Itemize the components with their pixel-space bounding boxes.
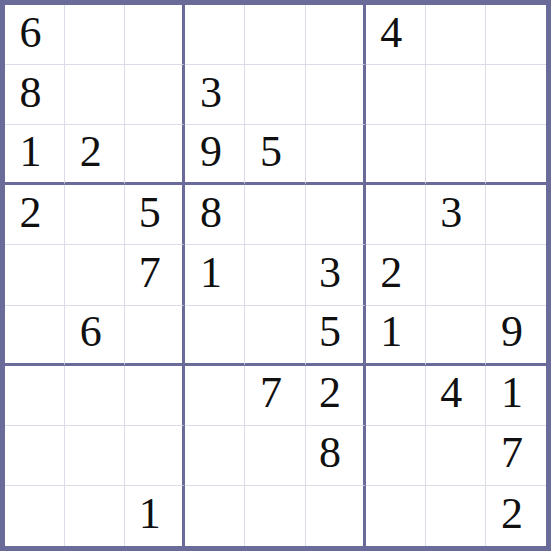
cell-r5c2[interactable] — [65, 245, 125, 305]
cell-r7c9[interactable]: 1 — [486, 366, 546, 426]
cell-r2c7[interactable] — [366, 65, 426, 125]
cell-r4c2[interactable] — [65, 185, 125, 245]
cell-r2c9[interactable] — [486, 65, 546, 125]
cell-r5c3[interactable]: 7 — [125, 245, 185, 305]
cell-r9c4[interactable] — [185, 486, 245, 546]
cell-r9c2[interactable] — [65, 486, 125, 546]
cell-r7c8[interactable]: 4 — [426, 366, 486, 426]
cell-r2c4[interactable]: 3 — [185, 65, 245, 125]
cell-r7c7[interactable] — [366, 366, 426, 426]
cell-r4c4[interactable]: 8 — [185, 185, 245, 245]
cell-r3c8[interactable] — [426, 125, 486, 185]
cell-r7c4[interactable] — [185, 366, 245, 426]
cell-r6c3[interactable] — [125, 306, 185, 366]
cell-r7c2[interactable] — [65, 366, 125, 426]
given-digit: 1 — [200, 251, 222, 295]
given-digit: 8 — [20, 71, 42, 115]
given-digit: 8 — [319, 431, 341, 475]
cell-r7c3[interactable] — [125, 366, 185, 426]
cell-r4c3[interactable]: 5 — [125, 185, 185, 245]
cell-r3c7[interactable] — [366, 125, 426, 185]
cell-r6c4[interactable] — [185, 306, 245, 366]
given-digit: 2 — [501, 492, 523, 536]
cell-r4c8[interactable]: 3 — [426, 185, 486, 245]
cell-r7c1[interactable] — [5, 366, 65, 426]
cell-r3c3[interactable] — [125, 125, 185, 185]
cell-r8c1[interactable] — [5, 426, 65, 486]
cell-r9c6[interactable] — [306, 486, 366, 546]
cell-r8c4[interactable] — [185, 426, 245, 486]
cell-r6c5[interactable] — [245, 306, 305, 366]
cell-r2c5[interactable] — [245, 65, 305, 125]
cell-r1c5[interactable] — [245, 5, 305, 65]
cell-r5c9[interactable] — [486, 245, 546, 305]
given-digit: 6 — [80, 310, 102, 354]
cell-r8c7[interactable] — [366, 426, 426, 486]
given-digit: 2 — [20, 191, 42, 235]
given-digit: 5 — [319, 310, 341, 354]
cell-r1c4[interactable] — [185, 5, 245, 65]
cell-r1c7[interactable]: 4 — [366, 5, 426, 65]
cell-r9c8[interactable] — [426, 486, 486, 546]
cell-r8c2[interactable] — [65, 426, 125, 486]
cell-r2c1[interactable]: 8 — [5, 65, 65, 125]
given-digit: 9 — [501, 310, 523, 354]
given-digit: 1 — [139, 492, 161, 536]
cell-r3c6[interactable] — [306, 125, 366, 185]
given-digit: 4 — [440, 371, 462, 415]
cell-r1c9[interactable] — [486, 5, 546, 65]
cell-r8c6[interactable]: 8 — [306, 426, 366, 486]
sudoku-board: 6483129525837132651972418712 — [0, 0, 551, 551]
given-digit: 7 — [501, 431, 523, 475]
cell-r2c3[interactable] — [125, 65, 185, 125]
given-digit: 2 — [319, 371, 341, 415]
given-digit: 9 — [200, 130, 222, 174]
cell-r6c7[interactable]: 1 — [366, 306, 426, 366]
cell-r5c8[interactable] — [426, 245, 486, 305]
cell-r3c9[interactable] — [486, 125, 546, 185]
cell-r3c4[interactable]: 9 — [185, 125, 245, 185]
cell-r1c3[interactable] — [125, 5, 185, 65]
cell-r1c1[interactable]: 6 — [5, 5, 65, 65]
given-digit: 1 — [380, 310, 402, 354]
cell-r7c5[interactable]: 7 — [245, 366, 305, 426]
given-digit: 2 — [380, 251, 402, 295]
cell-r4c9[interactable] — [486, 185, 546, 245]
given-digit: 7 — [139, 251, 161, 295]
cell-r9c9[interactable]: 2 — [486, 486, 546, 546]
given-digit: 3 — [440, 191, 462, 235]
cell-r9c3[interactable]: 1 — [125, 486, 185, 546]
given-digit: 5 — [139, 191, 161, 235]
cell-r3c1[interactable]: 1 — [5, 125, 65, 185]
cell-r5c6[interactable]: 3 — [306, 245, 366, 305]
given-digit: 1 — [20, 130, 42, 174]
cell-r5c7[interactable]: 2 — [366, 245, 426, 305]
cell-r6c2[interactable]: 6 — [65, 306, 125, 366]
cell-r1c6[interactable] — [306, 5, 366, 65]
given-digit: 7 — [260, 371, 282, 415]
cell-r8c8[interactable] — [426, 426, 486, 486]
cell-r6c6[interactable]: 5 — [306, 306, 366, 366]
given-digit: 4 — [380, 11, 402, 55]
cell-r6c1[interactable] — [5, 306, 65, 366]
given-digit: 3 — [319, 251, 341, 295]
cell-r4c7[interactable] — [366, 185, 426, 245]
cell-r6c9[interactable]: 9 — [486, 306, 546, 366]
cell-r9c1[interactable] — [5, 486, 65, 546]
cell-r5c1[interactable] — [5, 245, 65, 305]
given-digit: 8 — [200, 191, 222, 235]
cell-r4c6[interactable] — [306, 185, 366, 245]
given-digit: 5 — [260, 130, 282, 174]
cell-r8c9[interactable]: 7 — [486, 426, 546, 486]
cell-r1c8[interactable] — [426, 5, 486, 65]
given-digit: 6 — [20, 11, 42, 55]
cell-r6c8[interactable] — [426, 306, 486, 366]
cell-r8c5[interactable] — [245, 426, 305, 486]
cell-r2c8[interactable] — [426, 65, 486, 125]
cell-r2c2[interactable] — [65, 65, 125, 125]
cell-r8c3[interactable] — [125, 426, 185, 486]
given-digit: 3 — [200, 71, 222, 115]
cell-r5c4[interactable]: 1 — [185, 245, 245, 305]
cell-r1c2[interactable] — [65, 5, 125, 65]
cell-r9c7[interactable] — [366, 486, 426, 546]
cell-r3c5[interactable]: 5 — [245, 125, 305, 185]
cell-r4c5[interactable] — [245, 185, 305, 245]
cell-r9c5[interactable] — [245, 486, 305, 546]
cell-r3c2[interactable]: 2 — [65, 125, 125, 185]
cell-r4c1[interactable]: 2 — [5, 185, 65, 245]
cell-r5c5[interactable] — [245, 245, 305, 305]
given-digit: 1 — [501, 371, 523, 415]
cell-r2c6[interactable] — [306, 65, 366, 125]
cell-r7c6[interactable]: 2 — [306, 366, 366, 426]
given-digit: 2 — [80, 130, 102, 174]
